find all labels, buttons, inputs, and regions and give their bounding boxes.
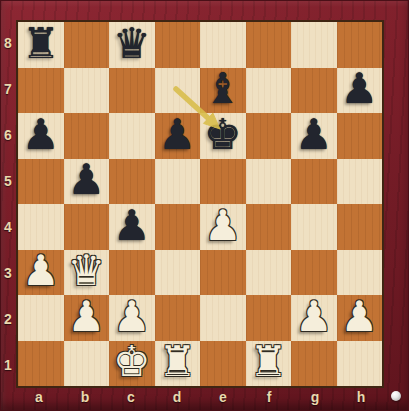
rank-label-4: 4 [0, 204, 16, 250]
square-a4[interactable] [18, 204, 64, 250]
file-label-c: c [108, 386, 154, 408]
square-f1[interactable]: ♜ [246, 341, 292, 387]
square-a8[interactable]: ♜ [18, 22, 64, 68]
square-a7[interactable] [18, 68, 64, 114]
square-d5[interactable] [155, 159, 201, 205]
square-b7[interactable] [64, 68, 110, 114]
square-c3[interactable] [109, 250, 155, 296]
square-b4[interactable] [64, 204, 110, 250]
rank-label-8: 8 [0, 20, 16, 66]
square-f2[interactable] [246, 295, 292, 341]
square-c5[interactable] [109, 159, 155, 205]
square-g8[interactable] [291, 22, 337, 68]
square-a5[interactable] [18, 159, 64, 205]
square-d2[interactable] [155, 295, 201, 341]
piece-black-pawn[interactable]: ♟ [340, 68, 378, 110]
file-label-h: h [338, 386, 384, 408]
piece-white-pawn[interactable]: ♟ [340, 296, 378, 338]
file-label-e: e [200, 386, 246, 408]
square-b6[interactable] [64, 113, 110, 159]
square-a3[interactable]: ♟ [18, 250, 64, 296]
side-to-move-indicator [391, 391, 401, 401]
square-f4[interactable] [246, 204, 292, 250]
square-c4[interactable]: ♟ [109, 204, 155, 250]
square-b1[interactable] [64, 341, 110, 387]
rank-labels: 87654321 [0, 20, 16, 388]
square-g5[interactable] [291, 159, 337, 205]
square-c7[interactable] [109, 68, 155, 114]
chess-board-widget: 87654321 abcdefgh ♜♛♝♟♟♟♚♟♟♟♟♟♛♟♟♟♟♚♜♜ [0, 0, 409, 411]
square-f8[interactable] [246, 22, 292, 68]
square-h2[interactable]: ♟ [337, 295, 383, 341]
piece-black-queen[interactable]: ♛ [113, 23, 151, 65]
square-e5[interactable] [200, 159, 246, 205]
rank-label-5: 5 [0, 158, 16, 204]
square-h7[interactable]: ♟ [337, 68, 383, 114]
square-d8[interactable] [155, 22, 201, 68]
piece-white-pawn[interactable]: ♟ [67, 296, 105, 338]
piece-white-queen[interactable]: ♛ [67, 250, 105, 292]
square-g2[interactable]: ♟ [291, 295, 337, 341]
piece-white-pawn[interactable]: ♟ [204, 205, 242, 247]
square-d3[interactable] [155, 250, 201, 296]
piece-white-pawn[interactable]: ♟ [113, 296, 151, 338]
rank-label-3: 3 [0, 250, 16, 296]
square-d7[interactable] [155, 68, 201, 114]
file-label-g: g [292, 386, 338, 408]
square-a2[interactable] [18, 295, 64, 341]
square-h6[interactable] [337, 113, 383, 159]
rank-label-6: 6 [0, 112, 16, 158]
square-e6[interactable]: ♚ [200, 113, 246, 159]
square-d1[interactable]: ♜ [155, 341, 201, 387]
square-d6[interactable]: ♟ [155, 113, 201, 159]
file-label-b: b [62, 386, 108, 408]
square-b3[interactable]: ♛ [64, 250, 110, 296]
square-g4[interactable] [291, 204, 337, 250]
square-f7[interactable] [246, 68, 292, 114]
square-e2[interactable] [200, 295, 246, 341]
square-b8[interactable] [64, 22, 110, 68]
square-g3[interactable] [291, 250, 337, 296]
square-c1[interactable]: ♚ [109, 341, 155, 387]
square-c8[interactable]: ♛ [109, 22, 155, 68]
square-e4[interactable]: ♟ [200, 204, 246, 250]
square-h8[interactable] [337, 22, 383, 68]
square-e8[interactable] [200, 22, 246, 68]
piece-black-pawn[interactable]: ♟ [113, 205, 151, 247]
square-g7[interactable] [291, 68, 337, 114]
piece-black-rook[interactable]: ♜ [22, 23, 60, 65]
piece-black-pawn[interactable]: ♟ [295, 114, 333, 156]
file-label-d: d [154, 386, 200, 408]
square-b2[interactable]: ♟ [64, 295, 110, 341]
rank-label-2: 2 [0, 296, 16, 342]
file-label-f: f [246, 386, 292, 408]
square-f5[interactable] [246, 159, 292, 205]
square-h5[interactable] [337, 159, 383, 205]
piece-white-pawn[interactable]: ♟ [22, 250, 60, 292]
square-c2[interactable]: ♟ [109, 295, 155, 341]
piece-white-rook[interactable]: ♜ [249, 341, 287, 383]
square-d4[interactable] [155, 204, 201, 250]
piece-white-pawn[interactable]: ♟ [295, 296, 333, 338]
board: ♜♛♝♟♟♟♚♟♟♟♟♟♛♟♟♟♟♚♜♜ [16, 20, 384, 388]
rank-label-1: 1 [0, 342, 16, 388]
square-e7[interactable]: ♝ [200, 68, 246, 114]
piece-black-king[interactable]: ♚ [204, 114, 242, 156]
square-g6[interactable]: ♟ [291, 113, 337, 159]
square-h4[interactable] [337, 204, 383, 250]
square-a1[interactable] [18, 341, 64, 387]
square-f6[interactable] [246, 113, 292, 159]
rank-label-7: 7 [0, 66, 16, 112]
square-c6[interactable] [109, 113, 155, 159]
piece-black-pawn[interactable]: ♟ [22, 114, 60, 156]
file-labels: abcdefgh [16, 386, 384, 408]
piece-black-pawn[interactable]: ♟ [67, 159, 105, 201]
piece-black-bishop[interactable]: ♝ [204, 68, 242, 110]
square-f3[interactable] [246, 250, 292, 296]
piece-white-king[interactable]: ♚ [113, 341, 151, 383]
square-h3[interactable] [337, 250, 383, 296]
square-a6[interactable]: ♟ [18, 113, 64, 159]
square-e3[interactable] [200, 250, 246, 296]
square-b5[interactable]: ♟ [64, 159, 110, 205]
square-g1[interactable] [291, 341, 337, 387]
square-e1[interactable] [200, 341, 246, 387]
piece-black-pawn[interactable]: ♟ [158, 114, 196, 156]
square-h1[interactable] [337, 341, 383, 387]
piece-white-rook[interactable]: ♜ [158, 341, 196, 383]
file-label-a: a [16, 386, 62, 408]
